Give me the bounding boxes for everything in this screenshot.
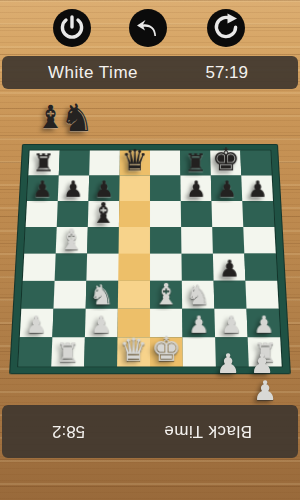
square-h5[interactable] xyxy=(243,227,275,254)
square-h6[interactable] xyxy=(242,201,274,227)
square-c4[interactable] xyxy=(86,254,118,281)
piece-black-rook[interactable]: ♜ xyxy=(22,151,65,175)
square-g5[interactable] xyxy=(212,227,244,254)
app-screen: White Time 57:19 ♝ ♞ ♜♛♜♚♟♟♟♟♟♟♝♝♟♞♝♞♟♟♟… xyxy=(0,0,300,500)
square-f5[interactable] xyxy=(181,227,213,254)
black-timer-label: Black Time xyxy=(164,422,252,442)
square-d4[interactable] xyxy=(118,254,150,281)
piece-black-pawn[interactable]: ♟ xyxy=(207,258,252,281)
square-a2[interactable]: ♟ xyxy=(20,309,54,338)
square-e6[interactable] xyxy=(150,201,181,227)
board-rim: ♜♛♜♚♟♟♟♟♟♟♝♝♟♞♝♞♟♟♟♟♟♜♛♚♜ xyxy=(9,144,291,374)
square-a3[interactable] xyxy=(21,281,54,309)
square-c2[interactable]: ♟ xyxy=(85,309,118,338)
piece-black-pawn[interactable]: ♟ xyxy=(236,178,279,201)
square-g4[interactable]: ♟ xyxy=(213,254,246,281)
square-f3[interactable]: ♞ xyxy=(182,281,215,309)
square-c3[interactable]: ♞ xyxy=(86,281,119,309)
square-d8[interactable]: ♛ xyxy=(120,151,150,176)
piece-black-king[interactable]: ♚ xyxy=(205,144,248,175)
square-a4[interactable] xyxy=(23,254,56,281)
chess-board: ♜♛♜♚♟♟♟♟♟♟♝♝♟♞♝♞♟♟♟♟♟♜♛♚♜ xyxy=(18,151,281,367)
square-h3[interactable] xyxy=(245,281,278,309)
black-timer-bar: Black Time 58:2 xyxy=(2,405,298,458)
piece-black-queen[interactable]: ♛ xyxy=(114,146,157,175)
piece-white-bishop[interactable]: ♝ xyxy=(49,225,93,253)
captured-white-pawn: ♟ xyxy=(253,377,277,404)
square-a6[interactable] xyxy=(26,201,58,227)
piece-white-pawn[interactable]: ♟ xyxy=(241,313,287,337)
captured-white-pawn: ♟ xyxy=(216,350,240,377)
square-h2[interactable]: ♟ xyxy=(247,309,281,338)
captured-white-pawn: ♟ xyxy=(250,350,274,377)
piece-white-king[interactable]: ♚ xyxy=(143,332,189,366)
square-a8[interactable]: ♜ xyxy=(28,151,59,176)
piece-white-knight[interactable]: ♞ xyxy=(79,281,124,309)
square-e5[interactable] xyxy=(150,227,181,254)
piece-white-knight[interactable]: ♞ xyxy=(176,281,221,309)
square-f6[interactable] xyxy=(181,201,212,227)
square-d5[interactable] xyxy=(119,227,150,254)
black-timer-value: 58:2 xyxy=(52,422,85,442)
square-e1[interactable]: ♚ xyxy=(150,337,183,366)
square-b1[interactable]: ♜ xyxy=(51,337,85,366)
square-h7[interactable]: ♟ xyxy=(241,175,273,200)
piece-white-rook[interactable]: ♜ xyxy=(45,340,91,366)
square-g6[interactable] xyxy=(211,201,243,227)
square-b4[interactable] xyxy=(55,254,88,281)
square-c6[interactable]: ♝ xyxy=(88,201,119,227)
piece-black-bishop[interactable]: ♝ xyxy=(82,199,126,227)
square-b5[interactable]: ♝ xyxy=(56,227,88,254)
square-g8[interactable]: ♚ xyxy=(210,151,241,176)
piece-white-pawn[interactable]: ♟ xyxy=(13,313,59,337)
